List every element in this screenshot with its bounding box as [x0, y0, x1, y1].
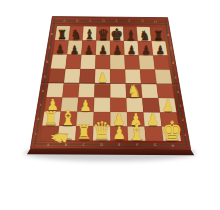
- piece-white-rook-a2: ♜: [43, 108, 58, 129]
- rank-label-right: 6: [172, 61, 174, 65]
- piece-white-pawn-e1: ♟: [113, 123, 127, 143]
- square-b6: [66, 55, 82, 69]
- piece-black-pawn-h7: ♟: [156, 44, 165, 58]
- piece-black-bishop-c8: ♝: [84, 27, 94, 43]
- piece-black-pawn-c7: ♟: [84, 43, 93, 57]
- square-g5: [140, 70, 157, 84]
- piece-white-bishop-b2: ♝: [60, 106, 76, 131]
- square-e4: [110, 84, 126, 98]
- piece-black-pawn-a7: ♟: [56, 43, 65, 57]
- piece-white-queen-d1: ♛: [92, 117, 111, 145]
- square-d6: [95, 55, 110, 69]
- product-photo: AABBCCDDEEFFGGHH1122334455667788♜♞♝♛♚♝♞♜…: [0, 0, 220, 210]
- rank-label-right: 4: [177, 90, 179, 94]
- square-b5: [64, 69, 81, 83]
- piece-white-rook-c1: ♜: [76, 121, 92, 143]
- file-label-top: G: [141, 19, 144, 23]
- piece-white-pawn-d5: ♟: [97, 69, 107, 85]
- rank-label-left: 7: [49, 46, 51, 50]
- file-label-bottom: E: [118, 143, 120, 147]
- rank-label-left: 2: [37, 117, 39, 121]
- piece-black-bishop-f8: ♝: [125, 27, 135, 43]
- piece-white-bishop-f1: ♝: [128, 119, 145, 145]
- piece-black-pawn-g7: ♟: [141, 44, 150, 58]
- piece-white-knight-f4: ♞: [127, 81, 141, 101]
- piece-black-king-e8: ♚: [111, 25, 124, 44]
- rank-label-right: 1: [184, 133, 186, 137]
- rank-label-left: 4: [42, 89, 44, 93]
- chess-board-photo: AABBCCDDEEFFGGHH1122334455667788♜♞♝♛♚♝♞♜…: [0, 0, 220, 210]
- piece-white-king-h1: ♚: [162, 115, 183, 146]
- rank-label-right: 3: [179, 104, 181, 108]
- piece-white-pawn-h3: ♟: [162, 97, 174, 114]
- rank-label-left: 8: [51, 32, 53, 36]
- piece-black-pawn-d7: ♟: [99, 43, 108, 57]
- piece-black-pawn-b7: ♟: [70, 43, 79, 57]
- piece-black-knight-g8: ♞: [139, 28, 149, 43]
- rank-label-right: 7: [170, 47, 172, 51]
- rank-label-left: 3: [39, 103, 41, 107]
- piece-black-pawn-e7: ♟: [113, 43, 122, 57]
- square-h6: [153, 55, 170, 69]
- piece-white-pawn-c3: ♟: [80, 97, 92, 114]
- square-a4: [46, 83, 64, 97]
- piece-black-rook-a8: ♜: [57, 27, 66, 42]
- square-e5: [110, 69, 126, 83]
- square-b4: [62, 83, 79, 97]
- piece-black-rook-h8: ♜: [153, 28, 162, 43]
- rank-label-right: 8: [167, 33, 169, 37]
- file-label-top: H: [154, 20, 157, 24]
- piece-black-queen-d8: ♛: [97, 26, 109, 43]
- file-label-top: E: [115, 19, 117, 23]
- file-label-top: F: [129, 19, 131, 23]
- piece-black-knight-b8: ♞: [71, 28, 81, 43]
- piece-black-pawn-f7: ♟: [127, 43, 136, 57]
- file-label-bottom: G: [154, 143, 157, 147]
- square-h4: [157, 84, 175, 98]
- square-d3: [94, 98, 111, 112]
- square-f6: [125, 55, 141, 69]
- piece-white-pawn-g2: ♟: [147, 110, 160, 129]
- square-g4: [141, 84, 158, 98]
- square-c6: [80, 55, 95, 69]
- rank-label-left: 6: [46, 60, 48, 64]
- rank-label-right: 5: [175, 76, 177, 80]
- square-a6: [51, 55, 68, 69]
- rank-label-left: 1: [35, 132, 37, 136]
- rank-label-left: 5: [44, 75, 46, 79]
- file-label-top: D: [102, 19, 105, 23]
- square-c4: [78, 83, 95, 97]
